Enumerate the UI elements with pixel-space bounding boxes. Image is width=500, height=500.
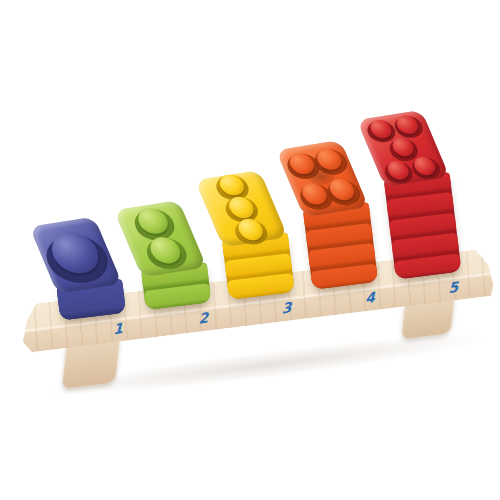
peg-ball: [134, 206, 172, 236]
stack-4-orange: [295, 139, 378, 290]
stack-top-face: [357, 110, 450, 187]
peg-ball: [234, 217, 265, 241]
peg-hole: [142, 236, 192, 272]
product-photo-scene: 1 2 3 4 5: [0, 0, 500, 500]
stack-2-green: [133, 199, 211, 310]
stack-side: [384, 172, 462, 279]
peg-ball: [389, 137, 416, 158]
stack-top-face: [195, 170, 288, 247]
peg-ball: [216, 173, 247, 197]
peg-ball: [367, 118, 394, 139]
peg-hole: [130, 207, 180, 243]
peg-hole: [391, 114, 426, 140]
peg-ball: [146, 235, 184, 265]
peg-ball: [384, 160, 411, 181]
peg-ball: [394, 114, 421, 135]
stack-top-face: [29, 217, 122, 294]
peg-ball: [299, 182, 330, 206]
stack-1-blue: [49, 215, 126, 320]
counting-stacker-toy: 1 2 3 4 5: [0, 92, 500, 448]
numeral-4: 4: [365, 289, 375, 307]
peg-hole: [38, 230, 116, 286]
numeral-3: 3: [282, 299, 292, 317]
stack-5-red: [376, 109, 461, 280]
numeral-1: 1: [113, 320, 123, 338]
numeral-2: 2: [198, 309, 208, 327]
stack-top-face: [276, 140, 369, 217]
peg-ball: [411, 155, 438, 176]
peg-hole: [408, 156, 443, 182]
stack-top-face: [114, 200, 207, 277]
peg-ball: [45, 230, 105, 277]
numeral-5: 5: [449, 279, 459, 297]
peg-ball: [225, 195, 256, 219]
stack-3-yellow: [214, 169, 295, 300]
